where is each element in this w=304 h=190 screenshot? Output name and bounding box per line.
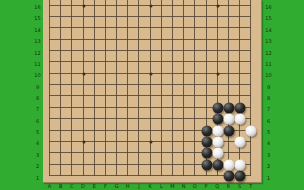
- white-stone: [235, 114, 246, 125]
- row-label-right: 4: [262, 141, 275, 146]
- column-label: F: [99, 184, 111, 189]
- row-label-right: 3: [262, 152, 275, 157]
- black-stone: [235, 102, 246, 113]
- black-stone: [212, 159, 223, 170]
- black-stone: [201, 125, 212, 136]
- white-stone: [212, 136, 223, 147]
- black-stone: [235, 171, 246, 182]
- row-label-right: 12: [262, 50, 275, 55]
- column-label: Q: [211, 184, 223, 189]
- black-stone: [201, 159, 212, 170]
- star-point: [82, 4, 85, 7]
- row-label-left: 2: [31, 164, 44, 169]
- row-label-right: 7: [262, 107, 275, 112]
- column-label: B: [55, 184, 67, 189]
- row-label-right: 8: [262, 95, 275, 100]
- star-point: [216, 72, 219, 75]
- column-label: T: [245, 184, 257, 189]
- row-label-left: 3: [31, 152, 44, 157]
- star-point: [82, 140, 85, 143]
- row-label-right: 14: [262, 27, 275, 32]
- white-stone: [223, 114, 234, 125]
- white-stone: [235, 136, 246, 147]
- row-label-right: 16: [262, 5, 275, 10]
- column-label: H: [122, 184, 134, 189]
- column-label: K: [144, 184, 156, 189]
- black-stone: [223, 102, 234, 113]
- row-label-left: 13: [31, 39, 44, 44]
- row-label-right: 10: [262, 73, 275, 78]
- star-point: [149, 140, 152, 143]
- white-stone: [212, 125, 223, 136]
- column-label: S: [234, 184, 246, 189]
- row-label-right: 5: [262, 130, 275, 135]
- row-label-left: 6: [31, 118, 44, 123]
- column-label: M: [166, 184, 178, 189]
- white-stone: [223, 159, 234, 170]
- row-label-left: 10: [31, 73, 44, 78]
- go-app-window: 1122334455667788991010111112121313141415…: [0, 0, 304, 190]
- black-stone: [201, 148, 212, 159]
- star-point: [149, 4, 152, 7]
- row-label-left: 7: [31, 107, 44, 112]
- grid-line-horizontal: [49, 61, 251, 62]
- grid-line-horizontal: [49, 27, 251, 28]
- row-label-right: 9: [262, 84, 275, 89]
- black-stone: [223, 125, 234, 136]
- row-label-left: 15: [31, 16, 44, 21]
- row-label-left: 12: [31, 50, 44, 55]
- black-stone: [212, 114, 223, 125]
- row-label-right: 6: [262, 118, 275, 123]
- row-label-left: 9: [31, 84, 44, 89]
- grid-line-horizontal: [49, 16, 251, 17]
- star-point: [82, 72, 85, 75]
- grid-line-horizontal: [49, 50, 251, 51]
- star-point: [149, 72, 152, 75]
- black-stone: [201, 136, 212, 147]
- row-label-right: 13: [262, 39, 275, 44]
- grid-line-horizontal: [49, 175, 251, 176]
- white-stone: [212, 148, 223, 159]
- star-point: [216, 4, 219, 7]
- row-label-left: 5: [31, 130, 44, 135]
- black-stone: [212, 102, 223, 113]
- row-label-right: 11: [262, 61, 275, 66]
- column-label: D: [77, 184, 89, 189]
- white-stone: [246, 125, 257, 136]
- row-label-left: 8: [31, 95, 44, 100]
- white-stone: [235, 159, 246, 170]
- row-label-left: 1: [31, 175, 44, 180]
- row-label-left: 11: [31, 61, 44, 66]
- row-label-right: 1: [262, 175, 275, 180]
- grid-line-horizontal: [49, 84, 251, 85]
- row-label-left: 4: [31, 141, 44, 146]
- row-label-left: 14: [31, 27, 44, 32]
- go-board[interactable]: [43, 0, 262, 183]
- grid-line-horizontal: [49, 95, 251, 96]
- row-label-right: 2: [262, 164, 275, 169]
- black-stone: [223, 171, 234, 182]
- grid-line-horizontal: [49, 39, 251, 40]
- row-label-right: 15: [262, 16, 275, 21]
- row-label-left: 16: [31, 5, 44, 10]
- column-label: O: [189, 184, 201, 189]
